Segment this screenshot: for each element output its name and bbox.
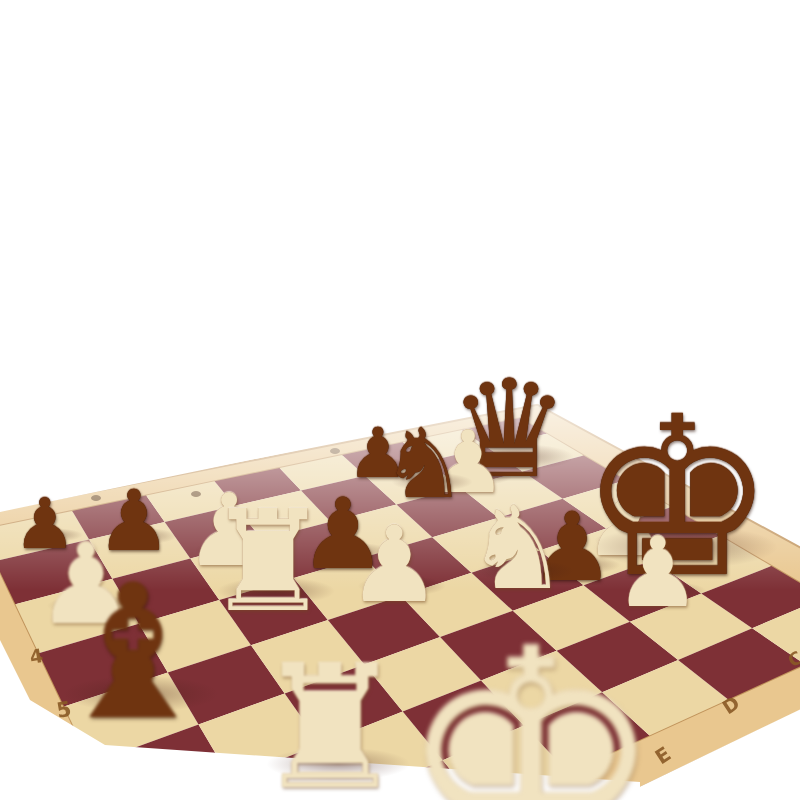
piece-black-knight-c1[interactable]: ♞ bbox=[381, 416, 467, 512]
chess-set-photo: 456FEDC ♟♟♟♝♟♜♟♟♟♞♟♛♞♟♟♟♚♜♚ bbox=[0, 0, 800, 800]
piece-white-rook-f7[interactable]: ♜ bbox=[254, 643, 406, 800]
piece-white-rook-f4[interactable]: ♜ bbox=[205, 492, 331, 632]
piece-black-bishop-h5[interactable]: ♝ bbox=[50, 561, 216, 746]
piece-white-king-e8[interactable]: ♚ bbox=[397, 611, 666, 800]
